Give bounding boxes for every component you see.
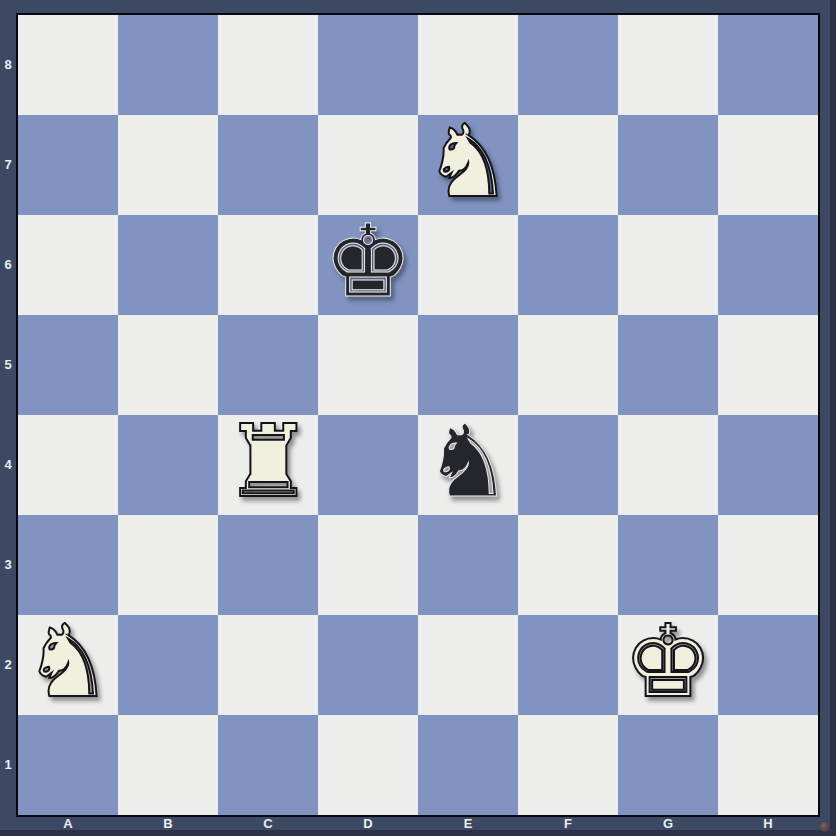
- square-c5[interactable]: [218, 315, 318, 415]
- square-f6[interactable]: [518, 215, 618, 315]
- square-d3[interactable]: [318, 515, 418, 615]
- square-f5[interactable]: [518, 315, 618, 415]
- square-c4[interactable]: ♜: [218, 415, 318, 515]
- square-e1[interactable]: [418, 715, 518, 815]
- rank-label-2: 2: [0, 615, 16, 715]
- square-e2[interactable]: [418, 615, 518, 715]
- chessboard-frame: 87654321 ♞♚♜♞♞♚ ABCDEFGH: [0, 0, 836, 836]
- square-a4[interactable]: [18, 415, 118, 515]
- frame-bottom-shadow: [0, 830, 836, 836]
- rank-label-3: 3: [0, 515, 16, 615]
- rank-label-7: 7: [0, 115, 16, 215]
- file-label-e: E: [418, 816, 518, 831]
- square-f7[interactable]: [518, 115, 618, 215]
- square-a5[interactable]: [18, 315, 118, 415]
- square-h7[interactable]: [718, 115, 818, 215]
- square-d8[interactable]: [318, 15, 418, 115]
- square-b7[interactable]: [118, 115, 218, 215]
- square-d2[interactable]: [318, 615, 418, 715]
- square-a2[interactable]: ♞: [18, 615, 118, 715]
- square-h4[interactable]: [718, 415, 818, 515]
- square-h3[interactable]: [718, 515, 818, 615]
- square-b4[interactable]: [118, 415, 218, 515]
- white-king[interactable]: ♚: [623, 612, 713, 712]
- black-king[interactable]: ♚: [323, 212, 413, 312]
- square-e7[interactable]: ♞: [418, 115, 518, 215]
- file-label-b: B: [118, 816, 218, 831]
- square-a7[interactable]: [18, 115, 118, 215]
- square-f4[interactable]: [518, 415, 618, 515]
- file-label-c: C: [218, 816, 318, 831]
- square-e6[interactable]: [418, 215, 518, 315]
- square-e4[interactable]: ♞: [418, 415, 518, 515]
- square-b6[interactable]: [118, 215, 218, 315]
- square-b8[interactable]: [118, 15, 218, 115]
- square-b2[interactable]: [118, 615, 218, 715]
- black-knight[interactable]: ♞: [423, 412, 513, 512]
- square-h8[interactable]: [718, 15, 818, 115]
- rank-label-1: 1: [0, 715, 16, 815]
- square-g3[interactable]: [618, 515, 718, 615]
- file-label-f: F: [518, 816, 618, 831]
- square-e5[interactable]: [418, 315, 518, 415]
- white-knight[interactable]: ♞: [423, 112, 513, 212]
- square-f8[interactable]: [518, 15, 618, 115]
- square-a1[interactable]: [18, 715, 118, 815]
- square-g4[interactable]: [618, 415, 718, 515]
- file-label-a: A: [18, 816, 118, 831]
- square-g7[interactable]: [618, 115, 718, 215]
- square-c7[interactable]: [218, 115, 318, 215]
- square-d1[interactable]: [318, 715, 418, 815]
- rank-label-8: 8: [0, 15, 16, 115]
- square-g2[interactable]: ♚: [618, 615, 718, 715]
- square-h5[interactable]: [718, 315, 818, 415]
- square-h2[interactable]: [718, 615, 818, 715]
- file-label-h: H: [718, 816, 818, 831]
- square-b3[interactable]: [118, 515, 218, 615]
- square-e3[interactable]: [418, 515, 518, 615]
- square-f2[interactable]: [518, 615, 618, 715]
- square-a6[interactable]: [18, 215, 118, 315]
- square-c6[interactable]: [218, 215, 318, 315]
- square-a3[interactable]: [18, 515, 118, 615]
- rank-label-5: 5: [0, 315, 16, 415]
- board-grid: ♞♚♜♞♞♚: [16, 13, 820, 817]
- square-b5[interactable]: [118, 315, 218, 415]
- square-d7[interactable]: [318, 115, 418, 215]
- square-a8[interactable]: [18, 15, 118, 115]
- square-f1[interactable]: [518, 715, 618, 815]
- file-label-g: G: [618, 816, 718, 831]
- square-g8[interactable]: [618, 15, 718, 115]
- square-c1[interactable]: [218, 715, 318, 815]
- square-c8[interactable]: [218, 15, 318, 115]
- rank-label-4: 4: [0, 415, 16, 515]
- square-d4[interactable]: [318, 415, 418, 515]
- white-rook[interactable]: ♜: [223, 412, 313, 512]
- square-d6[interactable]: ♚: [318, 215, 418, 315]
- square-g5[interactable]: [618, 315, 718, 415]
- rank-labels: 87654321: [0, 15, 16, 815]
- square-g6[interactable]: [618, 215, 718, 315]
- square-e8[interactable]: [418, 15, 518, 115]
- corner-dot: [820, 822, 830, 832]
- square-c3[interactable]: [218, 515, 318, 615]
- square-d5[interactable]: [318, 315, 418, 415]
- file-label-d: D: [318, 816, 418, 831]
- rank-label-6: 6: [0, 215, 16, 315]
- white-knight[interactable]: ♞: [23, 612, 113, 712]
- square-h1[interactable]: [718, 715, 818, 815]
- square-f3[interactable]: [518, 515, 618, 615]
- square-b1[interactable]: [118, 715, 218, 815]
- square-c2[interactable]: [218, 615, 318, 715]
- square-g1[interactable]: [618, 715, 718, 815]
- square-h6[interactable]: [718, 215, 818, 315]
- frame-right-shadow: [830, 0, 836, 836]
- file-labels: ABCDEFGH: [18, 816, 818, 831]
